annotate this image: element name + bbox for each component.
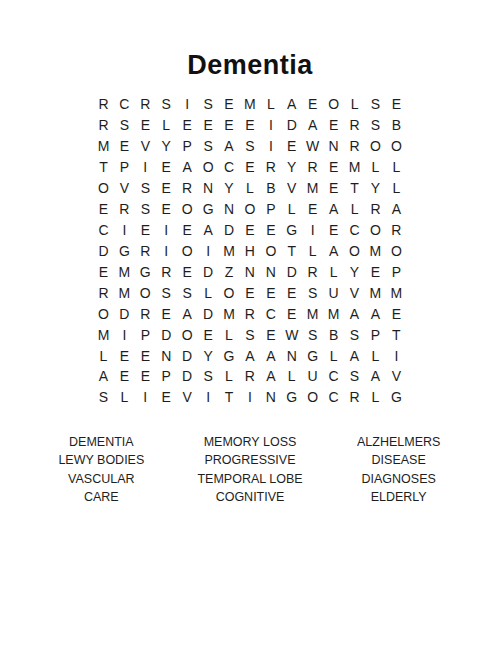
grid-cell-r11c9: C <box>260 303 281 324</box>
grid-cell-r15c12: C <box>323 387 344 408</box>
grid-cell-r7c15: R <box>386 220 407 241</box>
grid-cell-r7c2: I <box>114 220 135 241</box>
grid-cell-r6c7: N <box>219 199 240 220</box>
grid-cell-r8c9: O <box>260 240 281 261</box>
grid-cell-r1c6: S <box>198 94 219 115</box>
grid-cell-r4c6: O <box>198 157 219 178</box>
grid-cell-r4c12: E <box>323 157 344 178</box>
grid-cell-r10c1: R <box>93 282 114 303</box>
grid-cell-r9c7: Z <box>219 261 240 282</box>
grid-cell-r8c4: I <box>156 240 177 261</box>
grid-cell-r2c15: B <box>386 115 407 136</box>
grid-cell-r8c14: M <box>365 240 386 261</box>
grid-cell-r4c4: E <box>156 157 177 178</box>
grid-cell-r3c5: P <box>177 136 198 157</box>
grid-cell-r1c1: R <box>93 94 114 115</box>
grid-cell-r5c14: Y <box>365 178 386 199</box>
grid-cell-r4c2: P <box>114 157 135 178</box>
grid-cell-r15c13: R <box>344 387 365 408</box>
grid-cell-r9c11: R <box>302 261 323 282</box>
grid-cell-r13c1: L <box>93 345 114 366</box>
grid-cell-r13c9: A <box>260 345 281 366</box>
grid-cell-r1c13: L <box>344 94 365 115</box>
grid-cell-r10c14: M <box>365 282 386 303</box>
grid-cell-r13c14: L <box>365 345 386 366</box>
grid-cell-r2c1: R <box>93 115 114 136</box>
grid-cell-r8c8: H <box>239 240 260 261</box>
grid-cell-r13c4: N <box>156 345 177 366</box>
grid-cell-r2c7: E <box>219 115 240 136</box>
grid-cell-r1c14: S <box>365 94 386 115</box>
grid-cell-r4c9: R <box>260 157 281 178</box>
grid-cell-r5c4: E <box>156 178 177 199</box>
grid-cell-r6c15: A <box>386 199 407 220</box>
word-list-item: ALZHELMERS <box>324 433 473 452</box>
grid-cell-r5c11: M <box>302 178 323 199</box>
grid-cell-r14c4: P <box>156 366 177 387</box>
grid-cell-r13c10: N <box>281 345 302 366</box>
grid-cell-r5c5: R <box>177 178 198 199</box>
grid-cell-r1c5: I <box>177 94 198 115</box>
grid-cell-r5c6: N <box>198 178 219 199</box>
grid-cell-r12c7: L <box>219 324 240 345</box>
grid-cell-r10c13: V <box>344 282 365 303</box>
grid-cell-r15c15: G <box>386 387 407 408</box>
grid-cell-r7c3: E <box>135 220 156 241</box>
grid-cell-r5c7: Y <box>219 178 240 199</box>
grid-cell-r14c3: E <box>135 366 156 387</box>
word-list-item: DIAGNOSES <box>324 470 473 489</box>
grid-cell-r8c5: O <box>177 240 198 261</box>
grid-cell-r15c10: G <box>281 387 302 408</box>
grid-cell-r12c13: S <box>344 324 365 345</box>
grid-cell-r7c13: C <box>344 220 365 241</box>
grid-cell-r7c5: E <box>177 220 198 241</box>
grid-cell-r8c2: G <box>114 240 135 261</box>
grid-cell-r13c6: Y <box>198 345 219 366</box>
grid-cell-r9c13: Y <box>344 261 365 282</box>
grid-cell-r1c8: M <box>239 94 260 115</box>
grid-cell-r9c6: D <box>198 261 219 282</box>
grid-cell-r13c11: G <box>302 345 323 366</box>
grid-cell-r10c12: U <box>323 282 344 303</box>
grid-cell-r12c12: B <box>323 324 344 345</box>
grid-cell-r8c13: O <box>344 240 365 261</box>
grid-cell-r1c10: A <box>281 94 302 115</box>
grid-cell-r6c11: E <box>302 199 323 220</box>
grid-cell-r8c11: L <box>302 240 323 261</box>
grid-cell-r3c10: E <box>281 136 302 157</box>
grid-cell-r13c13: A <box>344 345 365 366</box>
grid-cell-r12c1: M <box>93 324 114 345</box>
grid-cell-r14c1: A <box>93 366 114 387</box>
grid-cell-r9c9: N <box>260 261 281 282</box>
grid-cell-r8c12: A <box>323 240 344 261</box>
grid-cell-r2c3: E <box>135 115 156 136</box>
grid-cell-r3c11: W <box>302 136 323 157</box>
grid-cell-r4c5: A <box>177 157 198 178</box>
grid-cell-r15c2: L <box>114 387 135 408</box>
grid-cell-r7c4: I <box>156 220 177 241</box>
grid-cell-r10c7: O <box>219 282 240 303</box>
grid-cell-r11c7: M <box>219 303 240 324</box>
grid-cell-r15c8: I <box>239 387 260 408</box>
grid-cell-r9c15: P <box>386 261 407 282</box>
grid-cell-r6c9: P <box>260 199 281 220</box>
grid-cell-r14c12: C <box>323 366 344 387</box>
grid-cell-r2c10: D <box>281 115 302 136</box>
grid-cell-r8c10: T <box>281 240 302 261</box>
grid-cell-r10c4: S <box>156 282 177 303</box>
word-search-grid: RCRSISEMLAEOLSERSELEEEEIDAERSBMEVYPSASIE… <box>93 94 407 408</box>
grid-cell-r11c10: E <box>281 303 302 324</box>
grid-cell-r11c5: A <box>177 303 198 324</box>
word-list-item: ELDERLY <box>324 488 473 507</box>
grid-cell-r14c9: A <box>260 366 281 387</box>
grid-cell-r4c7: C <box>219 157 240 178</box>
word-list-item: CARE <box>27 488 176 507</box>
grid-cell-r6c3: S <box>135 199 156 220</box>
grid-cell-r9c12: L <box>323 261 344 282</box>
grid-cell-r5c15: L <box>386 178 407 199</box>
grid-cell-r12c8: S <box>239 324 260 345</box>
grid-cell-r5c12: E <box>323 178 344 199</box>
grid-cell-r15c14: L <box>365 387 386 408</box>
grid-cell-r2c6: E <box>198 115 219 136</box>
grid-cell-r15c4: E <box>156 387 177 408</box>
grid-cell-r9c8: N <box>239 261 260 282</box>
grid-cell-r6c14: R <box>365 199 386 220</box>
grid-cell-r13c2: E <box>114 345 135 366</box>
word-list-item: DEMENTIA <box>27 433 176 452</box>
grid-cell-r3c8: S <box>239 136 260 157</box>
grid-cell-r11c6: D <box>198 303 219 324</box>
grid-cell-r14c10: L <box>281 366 302 387</box>
grid-cell-r9c4: R <box>156 261 177 282</box>
grid-cell-r3c13: R <box>344 136 365 157</box>
grid-cell-r14c8: R <box>239 366 260 387</box>
grid-cell-r11c11: M <box>302 303 323 324</box>
grid-cell-r3c3: V <box>135 136 156 157</box>
grid-cell-r1c4: S <box>156 94 177 115</box>
grid-cell-r11c12: M <box>323 303 344 324</box>
grid-cell-r5c9: B <box>260 178 281 199</box>
grid-cell-r11c8: R <box>239 303 260 324</box>
grid-cell-r14c2: E <box>114 366 135 387</box>
grid-cell-r6c5: O <box>177 199 198 220</box>
grid-cell-r3c1: M <box>93 136 114 157</box>
grid-cell-r7c7: D <box>219 220 240 241</box>
grid-cell-r10c2: M <box>114 282 135 303</box>
grid-cell-r2c11: A <box>302 115 323 136</box>
grid-cell-r6c2: R <box>114 199 135 220</box>
grid-cell-r1c2: C <box>114 94 135 115</box>
grid-cell-r3c4: Y <box>156 136 177 157</box>
grid-cell-r10c10: E <box>281 282 302 303</box>
grid-cell-r12c4: D <box>156 324 177 345</box>
grid-cell-r5c13: T <box>344 178 365 199</box>
grid-cell-r13c5: D <box>177 345 198 366</box>
grid-cell-r11c4: E <box>156 303 177 324</box>
grid-cell-r9c1: E <box>93 261 114 282</box>
grid-cell-r2c9: I <box>260 115 281 136</box>
grid-cell-r13c12: L <box>323 345 344 366</box>
grid-cell-r5c3: S <box>135 178 156 199</box>
grid-cell-r2c2: S <box>114 115 135 136</box>
grid-cell-r3c7: A <box>219 136 240 157</box>
word-list-item: VASCULAR <box>27 470 176 489</box>
grid-cell-r3c15: O <box>386 136 407 157</box>
grid-cell-r6c13: L <box>344 199 365 220</box>
grid-cell-r12c10: W <box>281 324 302 345</box>
grid-cell-r7c1: C <box>93 220 114 241</box>
grid-cell-r6c6: G <box>198 199 219 220</box>
grid-cell-r5c1: O <box>93 178 114 199</box>
grid-cell-r15c5: V <box>177 387 198 408</box>
grid-cell-r5c2: V <box>114 178 135 199</box>
grid-cell-r8c6: I <box>198 240 219 261</box>
grid-cell-r6c1: E <box>93 199 114 220</box>
grid-cell-r7c6: A <box>198 220 219 241</box>
grid-cell-r14c14: A <box>365 366 386 387</box>
grid-cell-r15c7: T <box>219 387 240 408</box>
grid-cell-r1c15: E <box>386 94 407 115</box>
grid-cell-r7c14: O <box>365 220 386 241</box>
grid-cell-r15c11: O <box>302 387 323 408</box>
grid-cell-r14c6: S <box>198 366 219 387</box>
word-list-column-2: MEMORY LOSSPROGRESSIVETEMPORAL LOBECOGNI… <box>176 433 325 507</box>
grid-cell-r2c5: E <box>177 115 198 136</box>
grid-cell-r15c3: I <box>135 387 156 408</box>
grid-cell-r12c9: E <box>260 324 281 345</box>
grid-cell-r12c11: S <box>302 324 323 345</box>
grid-cell-r6c12: A <box>323 199 344 220</box>
grid-cell-r7c10: G <box>281 220 302 241</box>
word-list-item: DISEASE <box>324 451 473 470</box>
grid-cell-r6c10: L <box>281 199 302 220</box>
grid-cell-r4c10: Y <box>281 157 302 178</box>
grid-cell-r1c3: R <box>135 94 156 115</box>
grid-cell-r5c8: L <box>239 178 260 199</box>
grid-cell-r10c8: E <box>239 282 260 303</box>
grid-cell-r1c9: L <box>260 94 281 115</box>
grid-cell-r2c14: S <box>365 115 386 136</box>
grid-cell-r11c13: A <box>344 303 365 324</box>
grid-cell-r10c15: M <box>386 282 407 303</box>
grid-cell-r7c11: I <box>302 220 323 241</box>
grid-cell-r8c7: M <box>219 240 240 261</box>
grid-cell-r13c15: I <box>386 345 407 366</box>
grid-cell-r9c5: E <box>177 261 198 282</box>
grid-cell-r14c11: U <box>302 366 323 387</box>
grid-cell-r2c8: E <box>239 115 260 136</box>
grid-cell-r3c2: E <box>114 136 135 157</box>
grid-cell-r10c11: S <box>302 282 323 303</box>
grid-cell-r11c15: E <box>386 303 407 324</box>
grid-cell-r7c9: E <box>260 220 281 241</box>
grid-cell-r12c3: P <box>135 324 156 345</box>
grid-cell-r11c14: A <box>365 303 386 324</box>
word-list-column-1: DEMENTIALEWY BODIESVASCULARCARE <box>27 433 176 507</box>
grid-cell-r2c13: R <box>344 115 365 136</box>
word-list-column-3: ALZHELMERSDISEASEDIAGNOSESELDERLY <box>324 433 473 507</box>
grid-cell-r2c12: E <box>323 115 344 136</box>
grid-cell-r5c10: V <box>281 178 302 199</box>
grid-cell-r15c1: S <box>93 387 114 408</box>
grid-cell-r10c9: E <box>260 282 281 303</box>
grid-cell-r3c6: S <box>198 136 219 157</box>
grid-cell-r4c14: L <box>365 157 386 178</box>
grid-cell-r1c7: E <box>219 94 240 115</box>
word-list-item: PROGRESSIVE <box>176 451 325 470</box>
grid-cell-r11c1: O <box>93 303 114 324</box>
grid-cell-r3c12: N <box>323 136 344 157</box>
word-list-item: COGNITIVE <box>176 488 325 507</box>
word-list: DEMENTIALEWY BODIESVASCULARCAREMEMORY LO… <box>27 433 473 507</box>
grid-cell-r12c6: E <box>198 324 219 345</box>
grid-cell-r11c3: R <box>135 303 156 324</box>
grid-cell-r9c10: D <box>281 261 302 282</box>
grid-cell-r13c3: E <box>135 345 156 366</box>
grid-cell-r8c3: R <box>135 240 156 261</box>
grid-cell-r14c7: L <box>219 366 240 387</box>
grid-cell-r9c3: G <box>135 261 156 282</box>
grid-cell-r13c7: G <box>219 345 240 366</box>
word-list-item: TEMPORAL LOBE <box>176 470 325 489</box>
grid-cell-r8c1: D <box>93 240 114 261</box>
grid-cell-r10c6: L <box>198 282 219 303</box>
grid-cell-r9c2: M <box>114 261 135 282</box>
word-list-item: LEWY BODIES <box>27 451 176 470</box>
grid-cell-r13c8: A <box>239 345 260 366</box>
grid-cell-r4c3: I <box>135 157 156 178</box>
grid-cell-r10c5: S <box>177 282 198 303</box>
grid-cell-r4c8: E <box>239 157 260 178</box>
grid-cell-r14c15: V <box>386 366 407 387</box>
grid-cell-r15c9: N <box>260 387 281 408</box>
grid-cell-r12c2: I <box>114 324 135 345</box>
grid-cell-r1c12: O <box>323 94 344 115</box>
grid-cell-r4c13: M <box>344 157 365 178</box>
grid-cell-r10c3: O <box>135 282 156 303</box>
grid-cell-r4c15: L <box>386 157 407 178</box>
grid-cell-r6c8: O <box>239 199 260 220</box>
grid-cell-r11c2: D <box>114 303 135 324</box>
word-search-page: Dementia RCRSISEMLAEOLSERSELEEEEIDAERSBM… <box>0 0 500 647</box>
grid-cell-r3c9: I <box>260 136 281 157</box>
grid-cell-r7c12: E <box>323 220 344 241</box>
grid-cell-r12c5: O <box>177 324 198 345</box>
grid-cell-r4c11: R <box>302 157 323 178</box>
puzzle-title: Dementia <box>0 0 500 80</box>
grid-cell-r1c11: E <box>302 94 323 115</box>
grid-cell-r14c13: S <box>344 366 365 387</box>
grid-cell-r2c4: L <box>156 115 177 136</box>
grid-cell-r14c5: D <box>177 366 198 387</box>
grid-cell-r4c1: T <box>93 157 114 178</box>
word-list-item: MEMORY LOSS <box>176 433 325 452</box>
grid-cell-r6c4: E <box>156 199 177 220</box>
grid-cell-r3c14: O <box>365 136 386 157</box>
grid-cell-r12c15: T <box>386 324 407 345</box>
grid-cell-r12c14: P <box>365 324 386 345</box>
grid-cell-r8c15: O <box>386 240 407 261</box>
grid-cell-r7c8: E <box>239 220 260 241</box>
grid-cell-r9c14: E <box>365 261 386 282</box>
grid-cell-r15c6: I <box>198 387 219 408</box>
